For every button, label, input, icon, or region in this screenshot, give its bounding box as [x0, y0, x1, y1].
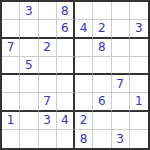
- cell-r4c2[interactable]: 5: [20, 57, 38, 75]
- cell-r8c1[interactable]: [2, 130, 20, 148]
- cell-r6c5[interactable]: [75, 93, 93, 111]
- cell-r2c4[interactable]: 6: [57, 20, 75, 38]
- cell-r3c6[interactable]: 8: [93, 39, 111, 57]
- cell-r3c7[interactable]: [112, 39, 130, 57]
- cell-r7c6[interactable]: [93, 112, 111, 130]
- cell-r1c3[interactable]: [39, 2, 57, 20]
- cell-r8c5[interactable]: 8: [75, 130, 93, 148]
- cell-r1c7[interactable]: [112, 2, 130, 20]
- cell-r1c2[interactable]: 3: [20, 2, 38, 20]
- cell-r8c6[interactable]: [93, 130, 111, 148]
- cell-r3c3[interactable]: 2: [39, 39, 57, 57]
- cell-r3c2[interactable]: [20, 39, 38, 57]
- cell-r7c7[interactable]: [112, 112, 130, 130]
- cell-r6c1[interactable]: [2, 93, 20, 111]
- cell-r2c5[interactable]: 4: [75, 20, 93, 38]
- cell-r7c8[interactable]: [130, 112, 148, 130]
- cell-r5c7[interactable]: 7: [112, 75, 130, 93]
- cell-r4c3[interactable]: [39, 57, 57, 75]
- cell-r1c1[interactable]: [2, 2, 20, 20]
- cell-r7c1[interactable]: 1: [2, 112, 20, 130]
- cell-r6c3[interactable]: 7: [39, 93, 57, 111]
- cell-r8c4[interactable]: [57, 130, 75, 148]
- cell-r5c4[interactable]: [57, 75, 75, 93]
- cell-r4c6[interactable]: [93, 57, 111, 75]
- cell-r1c8[interactable]: [130, 2, 148, 20]
- cell-r1c5[interactable]: [75, 2, 93, 20]
- cell-r7c4[interactable]: 4: [57, 112, 75, 130]
- cell-r4c8[interactable]: [130, 57, 148, 75]
- cell-r6c6[interactable]: 6: [93, 93, 111, 111]
- cell-r8c3[interactable]: [39, 130, 57, 148]
- cell-r5c1[interactable]: [2, 75, 20, 93]
- cell-r2c3[interactable]: [39, 20, 57, 38]
- cell-r8c7[interactable]: 3: [112, 130, 130, 148]
- cell-r5c8[interactable]: [130, 75, 148, 93]
- cell-r4c4[interactable]: [57, 57, 75, 75]
- cell-r3c5[interactable]: [75, 39, 93, 57]
- cell-r2c1[interactable]: [2, 20, 20, 38]
- cell-r3c4[interactable]: [57, 39, 75, 57]
- sudoku-board: 38642372857761134283: [0, 0, 150, 150]
- cell-r2c6[interactable]: 2: [93, 20, 111, 38]
- cell-r6c2[interactable]: [20, 93, 38, 111]
- cell-r7c2[interactable]: [20, 112, 38, 130]
- cell-r5c5[interactable]: [75, 75, 93, 93]
- cell-r1c6[interactable]: [93, 2, 111, 20]
- cell-r4c1[interactable]: [2, 57, 20, 75]
- cell-r7c5[interactable]: 2: [75, 112, 93, 130]
- cell-r1c4[interactable]: 8: [57, 2, 75, 20]
- cell-r6c4[interactable]: [57, 93, 75, 111]
- cell-r5c3[interactable]: [39, 75, 57, 93]
- cell-r4c5[interactable]: [75, 57, 93, 75]
- cell-r8c2[interactable]: [20, 130, 38, 148]
- cell-r6c8[interactable]: 1: [130, 93, 148, 111]
- cell-r2c8[interactable]: 3: [130, 20, 148, 38]
- cell-r4c7[interactable]: [112, 57, 130, 75]
- cell-r3c8[interactable]: [130, 39, 148, 57]
- cell-r3c1[interactable]: 7: [2, 39, 20, 57]
- cell-r2c2[interactable]: [20, 20, 38, 38]
- cell-r5c2[interactable]: [20, 75, 38, 93]
- cell-r7c3[interactable]: 3: [39, 112, 57, 130]
- cell-r5c6[interactable]: [93, 75, 111, 93]
- cell-r2c7[interactable]: [112, 20, 130, 38]
- cell-r6c7[interactable]: [112, 93, 130, 111]
- cell-r8c8[interactable]: [130, 130, 148, 148]
